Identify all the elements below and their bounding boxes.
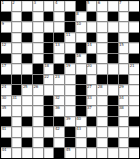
black-cell-r12c1 (1, 117, 11, 127)
white-cell-r4c2[interactable] (12, 33, 22, 43)
white-cell-r12c4[interactable] (33, 117, 43, 127)
black-cell-r6c7 (65, 54, 75, 64)
white-cell-r10c9[interactable]: 33 (87, 96, 97, 106)
white-cell-r1c9[interactable]: 5 (87, 1, 97, 11)
white-cell-r9c13[interactable] (129, 85, 139, 95)
clue-number-43: 43 (76, 127, 81, 131)
white-cell-r7c13[interactable]: 21 (129, 64, 139, 74)
white-cell-r5c12[interactable]: 15 (119, 43, 129, 53)
white-cell-r13c11[interactable] (108, 127, 118, 137)
white-cell-r9c4[interactable]: 26 (33, 85, 43, 95)
white-cell-r8c7[interactable] (65, 75, 75, 85)
white-cell-r11c1[interactable]: 35 (1, 106, 11, 116)
white-cell-r3c6[interactable] (54, 22, 64, 32)
black-cell-r5c11 (108, 43, 118, 53)
white-cell-r1c5[interactable] (44, 1, 54, 11)
white-cell-r9c11[interactable] (108, 85, 118, 95)
clue-number-36: 36 (55, 106, 60, 110)
white-cell-r15c12[interactable] (119, 148, 129, 158)
black-cell-r4c1 (1, 33, 11, 43)
black-cell-r12c13 (129, 117, 139, 127)
white-cell-r15c11[interactable] (108, 148, 118, 158)
white-cell-r3c4[interactable] (33, 22, 43, 32)
clue-number-2: 2 (12, 1, 14, 5)
white-cell-r9c12[interactable]: 29 (119, 85, 129, 95)
white-cell-r2c2[interactable] (12, 12, 22, 22)
black-cell-r14c7 (65, 138, 75, 148)
clue-number-1: 1 (2, 1, 4, 5)
white-cell-r11c2[interactable] (12, 106, 22, 116)
white-cell-r14c10[interactable] (97, 138, 107, 148)
white-cell-r15c10[interactable] (97, 148, 107, 158)
black-cell-r11c8 (76, 106, 86, 116)
white-cell-r3c1[interactable]: 9 (1, 22, 11, 32)
white-cell-r2c12[interactable] (119, 12, 129, 22)
black-cell-r4c6 (54, 33, 64, 43)
white-cell-r8c9[interactable] (87, 75, 97, 85)
black-cell-r12c6 (54, 117, 64, 127)
white-cell-r13c2[interactable] (12, 127, 22, 137)
black-cell-r8c4 (33, 75, 43, 85)
white-cell-r7c2[interactable] (12, 64, 22, 74)
white-cell-r9c3[interactable]: 25 (22, 85, 32, 95)
white-cell-r5c9[interactable]: 14 (87, 43, 97, 53)
white-cell-r5c10[interactable] (97, 43, 107, 53)
white-cell-r10c1[interactable]: 30 (1, 96, 11, 106)
white-cell-r5c3[interactable] (22, 43, 32, 53)
clue-number-30: 30 (2, 96, 7, 100)
black-cell-r2c11 (108, 12, 118, 22)
white-cell-r1c7[interactable] (65, 1, 75, 11)
black-cell-r3c7 (65, 22, 75, 32)
black-cell-r14c13 (129, 138, 139, 148)
white-cell-r11c12[interactable]: 38 (119, 106, 129, 116)
black-cell-r8c2 (12, 75, 22, 85)
white-cell-r7c7[interactable]: 19 (65, 64, 75, 74)
white-cell-r3c10[interactable] (97, 22, 107, 32)
clue-number-15: 15 (119, 43, 124, 47)
clue-number-10: 10 (76, 22, 81, 26)
white-cell-r12c2[interactable] (12, 117, 22, 127)
black-cell-r8c3 (22, 75, 32, 85)
white-cell-r5c7[interactable] (65, 43, 75, 53)
white-cell-r15c2[interactable] (12, 148, 22, 158)
white-cell-r15c1[interactable]: 44 (1, 148, 11, 158)
white-cell-r11c9[interactable]: 37 (87, 106, 97, 116)
black-cell-r12c9 (87, 117, 97, 127)
clue-number-11: 11 (66, 33, 71, 37)
white-cell-r7c1[interactable]: 17 (1, 64, 11, 74)
black-cell-r2c13 (129, 12, 139, 22)
black-cell-r5c8 (76, 43, 86, 53)
white-cell-r11c4[interactable] (33, 106, 43, 116)
black-cell-r8c12 (119, 75, 129, 85)
clue-number-3: 3 (34, 1, 36, 5)
white-cell-r14c12[interactable] (119, 138, 129, 148)
white-cell-r5c4[interactable] (33, 43, 43, 53)
white-cell-r8c13[interactable] (129, 75, 139, 85)
white-cell-r13c9[interactable] (87, 127, 97, 137)
white-cell-r3c8[interactable]: 10 (76, 22, 86, 32)
black-cell-r4c13 (129, 33, 139, 43)
clue-number-12: 12 (2, 43, 7, 47)
clue-number-13: 13 (55, 43, 60, 47)
clue-number-17: 17 (2, 64, 7, 68)
white-cell-r13c3[interactable] (22, 127, 32, 137)
black-cell-r4c3 (22, 33, 32, 43)
white-cell-r13c1[interactable]: 41 (1, 127, 11, 137)
clue-number-16: 16 (76, 54, 81, 58)
white-cell-r1c2[interactable]: 2 (12, 1, 22, 11)
clue-number-41: 41 (2, 127, 7, 131)
clue-number-4: 4 (55, 1, 57, 5)
white-cell-r5c2[interactable] (12, 43, 22, 53)
white-cell-r4c4[interactable] (33, 33, 43, 43)
black-cell-r7c6 (54, 64, 64, 74)
white-cell-r4c8[interactable] (76, 33, 86, 43)
clue-number-31: 31 (12, 96, 17, 100)
clue-number-28: 28 (98, 85, 103, 89)
white-cell-r12c8[interactable]: 40 (76, 117, 86, 127)
white-cell-r1c13[interactable] (129, 1, 139, 11)
white-cell-r10c7[interactable] (65, 96, 75, 106)
black-cell-r9c2 (12, 85, 22, 95)
white-cell-r6c12[interactable] (119, 54, 129, 64)
black-cell-r8c1 (1, 75, 11, 85)
clue-number-21: 21 (130, 64, 135, 68)
black-cell-r1c8 (76, 1, 86, 11)
clue-number-37: 37 (87, 106, 92, 110)
black-cell-r6c3 (22, 54, 32, 64)
white-cell-r9c10[interactable]: 28 (97, 85, 107, 95)
clue-number-27: 27 (87, 85, 92, 89)
black-cell-r2c9 (87, 12, 97, 22)
clue-number-9: 9 (2, 22, 4, 26)
white-cell-r10c6[interactable]: 32 (54, 96, 64, 106)
white-cell-r7c8[interactable] (76, 64, 86, 74)
white-cell-r6c8[interactable]: 16 (76, 54, 86, 64)
clue-number-22: 22 (44, 75, 49, 79)
clue-number-38: 38 (119, 106, 124, 110)
white-cell-r10c10[interactable] (97, 96, 107, 106)
white-cell-r5c1[interactable]: 12 (1, 43, 11, 53)
clue-number-8: 8 (76, 12, 78, 16)
white-cell-r11c13[interactable] (129, 106, 139, 116)
white-cell-r6c10[interactable] (97, 54, 107, 64)
black-cell-r14c9 (87, 138, 97, 148)
clue-number-39: 39 (66, 117, 71, 121)
clue-number-23: 23 (55, 75, 60, 79)
white-cell-r15c9[interactable] (87, 148, 97, 158)
white-cell-r14c4[interactable] (33, 138, 43, 148)
clue-number-18: 18 (44, 64, 49, 68)
black-cell-r2c3 (22, 12, 32, 22)
white-cell-r10c4[interactable] (33, 96, 43, 106)
black-cell-r10c8 (76, 96, 86, 106)
white-cell-r8c6[interactable]: 23 (54, 75, 64, 85)
black-cell-r6c9 (87, 54, 97, 64)
white-cell-r15c13[interactable] (129, 148, 139, 158)
white-cell-r1c12[interactable]: 7 (119, 1, 129, 11)
white-cell-r15c7[interactable]: 45 (65, 148, 75, 158)
white-cell-r3c9[interactable] (87, 22, 97, 32)
black-cell-r11c5 (44, 106, 54, 116)
clue-number-19: 19 (66, 64, 71, 68)
white-cell-r4c12[interactable] (119, 33, 129, 43)
white-cell-r13c12[interactable] (119, 127, 129, 137)
white-cell-r7c5[interactable]: 18 (44, 64, 54, 74)
black-cell-r8c10 (97, 75, 107, 85)
black-cell-r12c3 (22, 117, 32, 127)
clue-number-40: 40 (76, 117, 81, 121)
white-cell-r2c4[interactable] (33, 12, 43, 22)
white-cell-r9c6[interactable] (54, 85, 64, 95)
clue-number-14: 14 (87, 43, 92, 47)
black-cell-r10c11 (108, 96, 118, 106)
white-cell-r3c12[interactable] (119, 22, 129, 32)
white-cell-r3c11[interactable] (108, 22, 118, 32)
white-cell-r13c4[interactable] (33, 127, 43, 137)
black-cell-r6c5 (44, 54, 54, 64)
white-cell-r11c7[interactable] (65, 106, 75, 116)
white-cell-r11c3[interactable] (22, 106, 32, 116)
white-cell-r10c12[interactable]: 34 (119, 96, 129, 106)
white-cell-r1c4[interactable]: 3 (33, 1, 43, 11)
white-cell-r13c5[interactable] (44, 127, 54, 137)
white-cell-r1c10[interactable]: 6 (97, 1, 107, 11)
black-cell-r4c9 (87, 33, 97, 43)
black-cell-r14c5 (44, 138, 54, 148)
white-cell-r1c6[interactable]: 4 (54, 1, 64, 11)
white-cell-r15c4[interactable] (33, 148, 43, 158)
white-cell-r9c9[interactable]: 27 (87, 85, 97, 95)
white-cell-r15c3[interactable] (22, 148, 32, 158)
clue-number-24: 24 (2, 85, 7, 89)
black-cell-r9c8 (76, 85, 86, 95)
white-cell-r3c2[interactable] (12, 22, 22, 32)
white-cell-r9c7[interactable] (65, 85, 75, 95)
clue-number-33: 33 (87, 96, 92, 100)
white-cell-r12c10[interactable] (97, 117, 107, 127)
black-cell-r14c11 (108, 138, 118, 148)
black-cell-r12c11 (108, 117, 118, 127)
clue-number-25: 25 (23, 85, 28, 89)
white-cell-r3c3[interactable] (22, 22, 32, 32)
clue-number-32: 32 (55, 96, 60, 100)
clue-number-29: 29 (119, 85, 124, 89)
white-cell-r7c12[interactable] (119, 64, 129, 74)
white-cell-r10c13[interactable] (129, 96, 139, 106)
black-cell-r6c13 (129, 54, 139, 64)
white-cell-r7c9[interactable]: 20 (87, 64, 97, 74)
clue-number-34: 34 (119, 96, 124, 100)
clue-number-45: 45 (66, 148, 71, 152)
white-cell-r7c3[interactable] (22, 64, 32, 74)
white-cell-r1c11[interactable] (108, 1, 118, 11)
crossword-page: 1234567891011121314151617181920212223242… (0, 0, 140, 159)
white-cell-r13c8[interactable]: 43 (76, 127, 86, 137)
white-cell-r6c4[interactable] (33, 54, 43, 64)
black-cell-r4c5 (44, 33, 54, 43)
black-cell-r8c8 (76, 75, 86, 85)
white-cell-r7c10[interactable] (97, 64, 107, 74)
white-cell-r8c5[interactable]: 22 (44, 75, 54, 85)
clue-number-35: 35 (2, 106, 7, 110)
white-cell-r15c8[interactable] (76, 148, 86, 158)
white-cell-r13c13[interactable] (129, 127, 139, 137)
black-cell-r11c11 (108, 106, 118, 116)
white-cell-r2c8[interactable]: 8 (76, 12, 86, 22)
black-cell-r12c5 (44, 117, 54, 127)
white-cell-r6c2[interactable] (12, 54, 22, 64)
black-cell-r2c7 (65, 12, 75, 22)
clue-number-42: 42 (55, 127, 60, 131)
white-cell-r5c13[interactable] (129, 43, 139, 53)
white-cell-r9c5[interactable] (44, 85, 54, 95)
black-cell-r5c5 (44, 43, 54, 53)
clue-number-26: 26 (34, 85, 39, 89)
black-cell-r2c5 (44, 12, 54, 22)
clue-number-44: 44 (2, 148, 7, 152)
white-cell-r13c6[interactable]: 42 (54, 127, 64, 137)
white-cell-r3c13[interactable] (129, 22, 139, 32)
white-cell-r7c11[interactable] (108, 64, 118, 74)
black-cell-r15c6 (54, 148, 64, 158)
black-cell-r14c1 (1, 138, 11, 148)
white-cell-r10c2[interactable]: 31 (12, 96, 22, 106)
white-cell-r14c2[interactable] (12, 138, 22, 148)
black-cell-r14c3 (22, 138, 32, 148)
white-cell-r14c8[interactable] (76, 138, 86, 148)
white-cell-r11c10[interactable] (97, 106, 107, 116)
white-cell-r4c7[interactable]: 11 (65, 33, 75, 43)
black-cell-r6c1 (1, 54, 11, 64)
white-cell-r1c3[interactable] (22, 1, 32, 11)
white-cell-r13c10[interactable] (97, 127, 107, 137)
black-cell-r2c1 (1, 12, 11, 22)
white-cell-r5c6[interactable]: 13 (54, 43, 64, 53)
white-cell-r12c12[interactable] (119, 117, 129, 127)
white-cell-r9c1[interactable]: 24 (1, 85, 11, 95)
white-cell-r2c6[interactable] (54, 12, 64, 22)
white-cell-r14c6[interactable] (54, 138, 64, 148)
white-cell-r4c10[interactable] (97, 33, 107, 43)
white-cell-r10c3[interactable] (22, 96, 32, 106)
black-cell-r8c11 (108, 75, 118, 85)
clue-number-7: 7 (119, 1, 121, 5)
clue-number-5: 5 (87, 1, 89, 5)
white-cell-r3c5[interactable] (44, 22, 54, 32)
black-cell-r7c4 (33, 64, 43, 74)
clue-number-6: 6 (98, 1, 100, 5)
white-cell-r1c1[interactable]: 1 (1, 1, 11, 11)
white-cell-r11c6[interactable]: 36 (54, 106, 64, 116)
white-cell-r12c7[interactable]: 39 (65, 117, 75, 127)
white-cell-r15c5[interactable] (44, 148, 54, 158)
black-cell-r6c11 (108, 54, 118, 64)
black-cell-r10c5 (44, 96, 54, 106)
black-cell-r4c11 (108, 33, 118, 43)
clue-number-20: 20 (87, 64, 92, 68)
white-cell-r6c6[interactable] (54, 54, 64, 64)
black-cell-r13c7 (65, 127, 75, 137)
white-cell-r2c10[interactable] (97, 12, 107, 22)
crossword-grid: 1234567891011121314151617181920212223242… (0, 0, 140, 159)
